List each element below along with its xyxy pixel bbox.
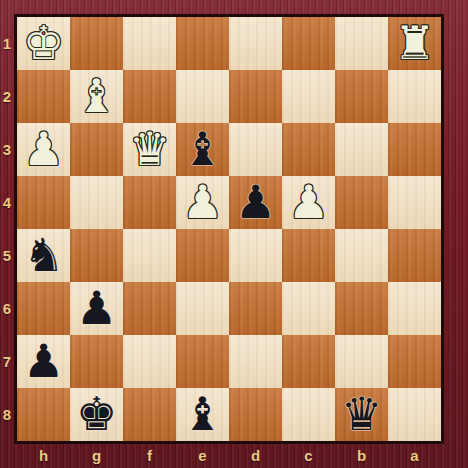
file-label-h: h bbox=[17, 445, 70, 466]
square-h5[interactable]: ♞ bbox=[17, 229, 70, 282]
file-label-d: d bbox=[229, 445, 282, 466]
square-a1[interactable]: ♜ bbox=[388, 17, 441, 70]
square-c2[interactable] bbox=[282, 70, 335, 123]
square-a6[interactable] bbox=[388, 282, 441, 335]
square-d7[interactable] bbox=[229, 335, 282, 388]
square-e1[interactable] bbox=[176, 17, 229, 70]
piece-white-king-h1: ♚ bbox=[23, 17, 64, 70]
square-f7[interactable] bbox=[123, 335, 176, 388]
square-g3[interactable] bbox=[70, 123, 123, 176]
square-e8[interactable]: ♝ bbox=[176, 388, 229, 441]
square-h4[interactable] bbox=[17, 176, 70, 229]
square-b8[interactable]: ♛ bbox=[335, 388, 388, 441]
square-g1[interactable] bbox=[70, 17, 123, 70]
square-b3[interactable] bbox=[335, 123, 388, 176]
piece-black-pawn-g6: ♟ bbox=[76, 282, 117, 335]
square-f6[interactable] bbox=[123, 282, 176, 335]
rank-label-3: 3 bbox=[0, 123, 14, 176]
file-label-c: c bbox=[282, 445, 335, 466]
square-f2[interactable] bbox=[123, 70, 176, 123]
square-b6[interactable] bbox=[335, 282, 388, 335]
square-a3[interactable] bbox=[388, 123, 441, 176]
square-f5[interactable] bbox=[123, 229, 176, 282]
square-c4[interactable]: ♟ bbox=[282, 176, 335, 229]
square-h8[interactable] bbox=[17, 388, 70, 441]
square-a4[interactable] bbox=[388, 176, 441, 229]
piece-white-pawn-e4: ♟ bbox=[182, 176, 223, 229]
rank-label-6: 6 bbox=[0, 282, 14, 335]
square-e2[interactable] bbox=[176, 70, 229, 123]
file-label-e: e bbox=[176, 445, 229, 466]
square-c5[interactable] bbox=[282, 229, 335, 282]
piece-white-queen-f3: ♛ bbox=[129, 123, 170, 176]
square-h1[interactable]: ♚ bbox=[17, 17, 70, 70]
square-g7[interactable] bbox=[70, 335, 123, 388]
file-label-f: f bbox=[123, 445, 176, 466]
square-g8[interactable]: ♚ bbox=[70, 388, 123, 441]
square-f1[interactable] bbox=[123, 17, 176, 70]
square-b7[interactable] bbox=[335, 335, 388, 388]
square-f3[interactable]: ♛ bbox=[123, 123, 176, 176]
piece-black-pawn-d4: ♟ bbox=[235, 176, 276, 229]
rank-label-2: 2 bbox=[0, 70, 14, 123]
file-label-a: a bbox=[388, 445, 441, 466]
square-e3[interactable]: ♝ bbox=[176, 123, 229, 176]
file-label-b: b bbox=[335, 445, 388, 466]
square-h3[interactable]: ♟ bbox=[17, 123, 70, 176]
rank-label-1: 1 bbox=[0, 17, 14, 70]
square-g4[interactable] bbox=[70, 176, 123, 229]
square-c8[interactable] bbox=[282, 388, 335, 441]
square-e7[interactable] bbox=[176, 335, 229, 388]
rank-label-7: 7 bbox=[0, 335, 14, 388]
square-a2[interactable] bbox=[388, 70, 441, 123]
square-e6[interactable] bbox=[176, 282, 229, 335]
square-d8[interactable] bbox=[229, 388, 282, 441]
square-e5[interactable] bbox=[176, 229, 229, 282]
square-c6[interactable] bbox=[282, 282, 335, 335]
file-label-g: g bbox=[70, 445, 123, 466]
chess-board: ♚♜♝♟♛♝♟♟♟♞♟♟♚♝♛ bbox=[14, 14, 444, 444]
square-c3[interactable] bbox=[282, 123, 335, 176]
piece-black-knight-h5: ♞ bbox=[23, 229, 64, 282]
rank-label-4: 4 bbox=[0, 176, 14, 229]
square-g2[interactable]: ♝ bbox=[70, 70, 123, 123]
square-f8[interactable] bbox=[123, 388, 176, 441]
square-d5[interactable] bbox=[229, 229, 282, 282]
square-b1[interactable] bbox=[335, 17, 388, 70]
square-d4[interactable]: ♟ bbox=[229, 176, 282, 229]
piece-black-bishop-e3: ♝ bbox=[182, 123, 223, 176]
square-b4[interactable] bbox=[335, 176, 388, 229]
square-d2[interactable] bbox=[229, 70, 282, 123]
square-f4[interactable] bbox=[123, 176, 176, 229]
rank-label-8: 8 bbox=[0, 388, 14, 441]
square-b2[interactable] bbox=[335, 70, 388, 123]
square-a5[interactable] bbox=[388, 229, 441, 282]
square-g5[interactable] bbox=[70, 229, 123, 282]
square-a8[interactable] bbox=[388, 388, 441, 441]
board-frame: ♚♜♝♟♛♝♟♟♟♞♟♟♚♝♛ 12345678hgfedcba bbox=[0, 0, 468, 468]
square-h7[interactable]: ♟ bbox=[17, 335, 70, 388]
rank-label-5: 5 bbox=[0, 229, 14, 282]
square-g6[interactable]: ♟ bbox=[70, 282, 123, 335]
piece-white-bishop-g2: ♝ bbox=[76, 70, 117, 123]
piece-black-bishop-e8: ♝ bbox=[182, 388, 223, 441]
piece-black-queen-b8: ♛ bbox=[341, 388, 382, 441]
square-d1[interactable] bbox=[229, 17, 282, 70]
square-c1[interactable] bbox=[282, 17, 335, 70]
square-c7[interactable] bbox=[282, 335, 335, 388]
square-e4[interactable]: ♟ bbox=[176, 176, 229, 229]
square-d3[interactable] bbox=[229, 123, 282, 176]
piece-white-rook-a1: ♜ bbox=[394, 17, 435, 70]
square-a7[interactable] bbox=[388, 335, 441, 388]
square-h2[interactable] bbox=[17, 70, 70, 123]
square-b5[interactable] bbox=[335, 229, 388, 282]
piece-white-pawn-c4: ♟ bbox=[288, 176, 329, 229]
square-h6[interactable] bbox=[17, 282, 70, 335]
piece-black-pawn-h7: ♟ bbox=[23, 335, 64, 388]
piece-white-pawn-h3: ♟ bbox=[23, 123, 64, 176]
square-d6[interactable] bbox=[229, 282, 282, 335]
piece-black-king-g8: ♚ bbox=[76, 388, 117, 441]
